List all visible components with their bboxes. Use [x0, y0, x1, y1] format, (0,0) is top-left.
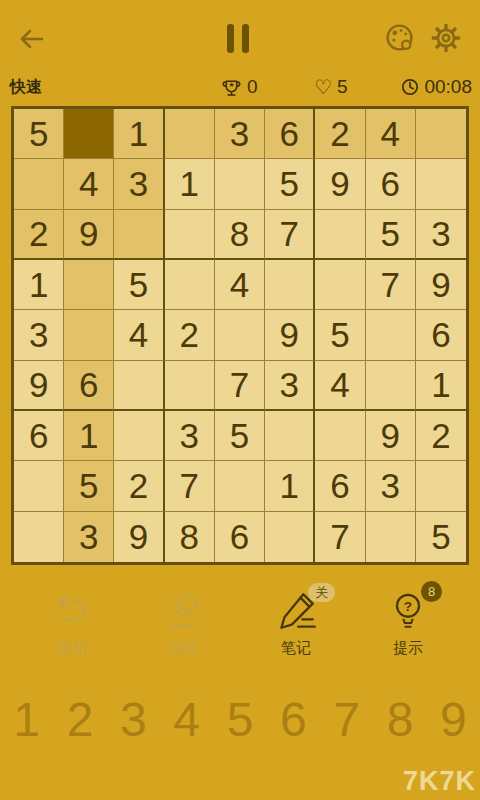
sudoku-cell-r1c5[interactable]: 3 [215, 109, 265, 159]
notes-mode-badge: 关 [308, 583, 335, 602]
palette-icon [384, 22, 415, 53]
settings-button[interactable] [430, 22, 462, 54]
timer: 00:08 [401, 74, 472, 100]
sudoku-cell-r6c2[interactable]: 6 [64, 361, 114, 411]
undo-button[interactable]: 撤销 [42, 588, 102, 666]
theme-button[interactable] [384, 22, 415, 53]
sudoku-cell-r9c5[interactable]: 6 [215, 512, 265, 562]
sudoku-cell-r3c8[interactable]: 5 [366, 210, 416, 260]
numpad-key-4[interactable]: 4 [160, 692, 213, 748]
sudoku-cell-r8c2[interactable]: 5 [64, 461, 114, 511]
sudoku-cell-r2c8[interactable]: 6 [366, 159, 416, 209]
sudoku-cell-r3c9[interactable]: 3 [416, 210, 466, 260]
sudoku-cell-r7c1[interactable]: 6 [14, 411, 64, 461]
undo-label: 撤销 [57, 639, 87, 658]
sudoku-cell-r9c3[interactable]: 9 [114, 512, 164, 562]
sudoku-cell-r3c1[interactable]: 2 [14, 210, 64, 260]
trophy-count: 0 [247, 76, 258, 98]
pause-icon [227, 24, 234, 53]
sudoku-cell-r5c2[interactable] [64, 310, 114, 360]
time-value: 00:08 [424, 76, 472, 98]
sudoku-cell-r7c2[interactable]: 1 [64, 411, 114, 461]
sudoku-cell-r9c2[interactable]: 3 [64, 512, 114, 562]
sudoku-cell-r4c1[interactable]: 1 [14, 260, 64, 310]
sudoku-cell-r1c9[interactable] [416, 109, 466, 159]
sudoku-cell-r4c2[interactable] [64, 260, 114, 310]
number-pad: 123456789 [0, 692, 480, 748]
sudoku-cell-r9c4[interactable]: 8 [165, 512, 215, 562]
hint-label: 提示 [393, 639, 423, 658]
sudoku-cell-r6c6[interactable]: 3 [265, 361, 315, 411]
eraser-icon [161, 588, 207, 634]
sudoku-cell-r9c6[interactable] [265, 512, 315, 562]
numpad-key-6[interactable]: 6 [267, 692, 320, 748]
sudoku-cell-r8c5[interactable] [215, 461, 265, 511]
heart-icon: ♡ [314, 77, 332, 97]
sudoku-cell-r5c9[interactable]: 6 [416, 310, 466, 360]
sudoku-cell-r6c7[interactable]: 4 [315, 361, 365, 411]
sudoku-cell-r4c4[interactable] [165, 260, 215, 310]
sudoku-cell-r7c8[interactable]: 9 [366, 411, 416, 461]
sudoku-cell-r8c1[interactable] [14, 461, 64, 511]
svg-text:?: ? [404, 599, 412, 614]
status-bar: 快速 ★ 0 ♡ 5 00:08 [0, 74, 480, 100]
sudoku-cell-r1c6[interactable]: 6 [265, 109, 315, 159]
hint-button[interactable]: ? 8 提示 [378, 588, 438, 666]
sudoku-cell-r1c3[interactable]: 1 [114, 109, 164, 159]
sudoku-cell-r4c6[interactable] [265, 260, 315, 310]
sudoku-cell-r9c8[interactable] [366, 512, 416, 562]
sudoku-cell-r3c4[interactable] [165, 210, 215, 260]
sudoku-cell-r2c4[interactable]: 1 [165, 159, 215, 209]
sudoku-cell-r8c7[interactable]: 6 [315, 461, 365, 511]
sudoku-cell-r2c1[interactable] [14, 159, 64, 209]
sudoku-cell-r5c3[interactable]: 4 [114, 310, 164, 360]
hint-count-badge: 8 [421, 581, 442, 602]
sudoku-cell-r1c4[interactable] [165, 109, 215, 159]
sudoku-cell-r4c5[interactable]: 4 [215, 260, 265, 310]
sudoku-cell-r8c9[interactable] [416, 461, 466, 511]
numpad-key-5[interactable]: 5 [213, 692, 266, 748]
numpad-key-7[interactable]: 7 [320, 692, 373, 748]
sudoku-cell-r6c4[interactable] [165, 361, 215, 411]
sudoku-cell-r6c3[interactable] [114, 361, 164, 411]
sudoku-cell-r3c3[interactable] [114, 210, 164, 260]
sudoku-cell-r2c5[interactable] [215, 159, 265, 209]
sudoku-cell-r6c9[interactable]: 1 [416, 361, 466, 411]
sudoku-cell-r6c5[interactable]: 7 [215, 361, 265, 411]
undo-icon [49, 588, 95, 634]
sudoku-cell-r9c1[interactable] [14, 512, 64, 562]
sudoku-cell-r5c7[interactable]: 5 [315, 310, 365, 360]
lives-counter: ♡ 5 [314, 74, 348, 100]
numpad-key-8[interactable]: 8 [373, 692, 426, 748]
erase-label: 清除 [169, 639, 199, 658]
numpad-key-3[interactable]: 3 [107, 692, 160, 748]
sudoku-cell-r1c8[interactable]: 4 [366, 109, 416, 159]
trophy-counter: ★ 0 [221, 74, 258, 100]
sudoku-cell-r9c7[interactable]: 7 [315, 512, 365, 562]
sudoku-cell-r3c7[interactable] [315, 210, 365, 260]
sudoku-cell-r3c2[interactable]: 9 [64, 210, 114, 260]
sudoku-cell-r2c2[interactable]: 4 [64, 159, 114, 209]
watermark: 7K7K [403, 766, 476, 797]
sudoku-cell-r7c5[interactable]: 5 [215, 411, 265, 461]
sudoku-cell-r7c7[interactable] [315, 411, 365, 461]
numpad-key-1[interactable]: 1 [0, 692, 53, 748]
sudoku-cell-r7c3[interactable] [114, 411, 164, 461]
sudoku-cell-r7c9[interactable]: 2 [416, 411, 466, 461]
sudoku-cell-r8c4[interactable]: 7 [165, 461, 215, 511]
sudoku-cell-r8c6[interactable]: 1 [265, 461, 315, 511]
sudoku-cell-r4c3[interactable]: 5 [114, 260, 164, 310]
sudoku-cell-r5c8[interactable] [366, 310, 416, 360]
sudoku-cell-r5c1[interactable]: 3 [14, 310, 64, 360]
sudoku-cell-r5c5[interactable] [215, 310, 265, 360]
back-icon [16, 24, 46, 54]
hint-bulb-icon: ? 8 [385, 588, 431, 634]
sudoku-cell-r3c6[interactable]: 7 [265, 210, 315, 260]
toolbar: 撤销 清除 关 笔记 ? [0, 588, 480, 666]
pencil-icon: 关 [273, 588, 319, 634]
sudoku-board: 5136244315962987531547934295696734161359… [11, 106, 469, 565]
sudoku-cell-r4c7[interactable] [315, 260, 365, 310]
sudoku-cell-r7c4[interactable]: 3 [165, 411, 215, 461]
sudoku-cell-r1c1[interactable]: 5 [14, 109, 64, 159]
sudoku-cell-r7c6[interactable] [265, 411, 315, 461]
sudoku-cell-r1c2[interactable] [64, 109, 114, 159]
numpad-key-9[interactable]: 9 [427, 692, 480, 748]
pause-icon [242, 24, 249, 53]
gear-icon [430, 22, 462, 54]
sudoku-cell-r2c9[interactable] [416, 159, 466, 209]
pause-button[interactable] [227, 24, 249, 53]
numpad-key-2[interactable]: 2 [53, 692, 106, 748]
sudoku-cell-r4c8[interactable]: 7 [366, 260, 416, 310]
clock-icon [401, 78, 419, 96]
sudoku-cell-r6c8[interactable] [366, 361, 416, 411]
sudoku-cell-r2c3[interactable]: 3 [114, 159, 164, 209]
notes-button[interactable]: 关 笔记 [266, 588, 326, 666]
lives-count: 5 [337, 76, 348, 98]
back-button[interactable] [16, 24, 46, 54]
sudoku-cell-r8c3[interactable]: 2 [114, 461, 164, 511]
sudoku-cell-r8c8[interactable]: 3 [366, 461, 416, 511]
sudoku-cell-r6c1[interactable]: 9 [14, 361, 64, 411]
sudoku-cell-r2c7[interactable]: 9 [315, 159, 365, 209]
sudoku-cell-r4c9[interactable]: 9 [416, 260, 466, 310]
sudoku-cell-r9c9[interactable]: 5 [416, 512, 466, 562]
sudoku-cell-r5c6[interactable]: 9 [265, 310, 315, 360]
svg-text:★: ★ [228, 81, 234, 88]
difficulty-label: 快速 [10, 77, 42, 98]
sudoku-cell-r3c5[interactable]: 8 [215, 210, 265, 260]
erase-button[interactable]: 清除 [154, 588, 214, 666]
trophy-icon: ★ [221, 77, 242, 98]
sudoku-cell-r5c4[interactable]: 2 [165, 310, 215, 360]
sudoku-cell-r1c7[interactable]: 2 [315, 109, 365, 159]
sudoku-cell-r2c6[interactable]: 5 [265, 159, 315, 209]
notes-label: 笔记 [281, 639, 311, 658]
